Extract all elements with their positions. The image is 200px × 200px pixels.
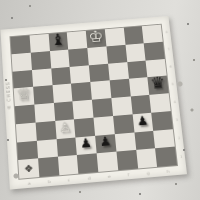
square-d2[interactable]: ♟: [76, 135, 97, 155]
square-h7[interactable]: [144, 42, 165, 61]
square-a4[interactable]: [15, 105, 36, 124]
square-b4[interactable]: [34, 103, 55, 122]
square-c1[interactable]: [57, 155, 78, 175]
square-g4[interactable]: [130, 95, 151, 114]
rank-label-7: 7: [167, 47, 170, 51]
square-c8[interactable]: ♝: [48, 32, 68, 50]
square-g7[interactable]: [125, 43, 146, 62]
file-label-c: c: [68, 178, 71, 183]
board-grid: ♝♔♕♛♙♟♟♟❖: [9, 24, 178, 180]
square-a8[interactable]: [10, 36, 30, 55]
square-c3[interactable]: ♙: [55, 119, 76, 139]
file-label-d: d: [88, 176, 91, 181]
square-b2[interactable]: [37, 139, 58, 159]
square-h8[interactable]: [142, 25, 163, 43]
square-h3[interactable]: [151, 111, 172, 131]
rank-label-6: 6: [169, 64, 172, 68]
black-pawn[interactable]: ♟: [99, 135, 112, 149]
square-e2[interactable]: ♟: [95, 134, 116, 154]
file-label-h: h: [167, 169, 170, 174]
square-d1[interactable]: [77, 154, 98, 174]
square-c6[interactable]: [51, 66, 71, 85]
square-e3[interactable]: [93, 116, 114, 136]
square-e8[interactable]: ♔: [86, 29, 106, 47]
square-e5[interactable]: [90, 81, 111, 100]
square-f4[interactable]: [111, 96, 132, 115]
square-e1[interactable]: [97, 152, 118, 172]
board-brand-text: ® CHESS: [5, 82, 13, 112]
square-f7[interactable]: [106, 45, 127, 64]
square-d4[interactable]: [73, 100, 94, 119]
white-pawn[interactable]: ♙: [59, 120, 71, 133]
rank-label-4: 4: [173, 100, 176, 104]
rank-label-3: 3: [175, 118, 178, 122]
square-b1[interactable]: [38, 157, 59, 177]
square-g5[interactable]: [129, 77, 150, 96]
black-bishop[interactable]: ♝: [50, 32, 66, 49]
square-d7[interactable]: [68, 48, 88, 67]
black-queen[interactable]: ♛: [150, 75, 167, 92]
rank-label-8: 8: [165, 30, 167, 34]
file-label-g: g: [147, 171, 150, 176]
square-h2[interactable]: [153, 129, 174, 149]
square-g1[interactable]: [136, 148, 158, 168]
square-b6[interactable]: [32, 68, 52, 87]
square-g3[interactable]: ♟: [132, 113, 153, 133]
square-f1[interactable]: [116, 150, 137, 170]
file-label-e: e: [108, 174, 111, 179]
board-logo-emblem: ❖: [24, 163, 34, 174]
rank-label-2: 2: [177, 136, 180, 140]
square-d8[interactable]: [67, 31, 87, 49]
square-f6[interactable]: [108, 62, 129, 81]
black-pawn[interactable]: ♟: [80, 137, 93, 151]
square-b3[interactable]: [35, 121, 56, 141]
square-h5[interactable]: ♛: [148, 76, 169, 95]
board-border: ♝♔♕♛♙♟♟♟❖ ® CHESS abcdefgh 87654321: [0, 16, 187, 190]
white-queen[interactable]: ♕: [16, 86, 32, 103]
photo-stage: ♝♔♕♛♙♟♟♟❖ ® CHESS abcdefgh 87654321: [0, 0, 200, 200]
square-b7[interactable]: [31, 51, 51, 70]
white-king[interactable]: ♔: [88, 28, 104, 45]
file-label-f: f: [128, 172, 130, 177]
square-a2[interactable]: [17, 140, 38, 160]
square-g6[interactable]: [127, 60, 148, 79]
square-h4[interactable]: [149, 93, 170, 112]
square-d5[interactable]: [71, 82, 92, 101]
square-e7[interactable]: [87, 46, 108, 65]
square-f8[interactable]: [105, 28, 125, 46]
chess-board: ♝♔♕♛♙♟♟♟❖ ® CHESS abcdefgh 87654321: [0, 16, 187, 190]
square-h1[interactable]: [155, 147, 177, 167]
square-f2[interactable]: [115, 132, 136, 152]
square-b8[interactable]: [29, 34, 49, 53]
square-a7[interactable]: [12, 52, 32, 71]
square-b5[interactable]: [33, 85, 53, 104]
square-e6[interactable]: [89, 63, 110, 82]
square-a3[interactable]: [16, 122, 37, 142]
rank-label-1: 1: [180, 154, 183, 158]
square-c4[interactable]: [53, 101, 74, 120]
rank-label-5: 5: [171, 82, 174, 86]
file-label-b: b: [48, 179, 51, 184]
square-a1[interactable]: ❖: [18, 159, 39, 179]
square-g8[interactable]: [123, 26, 144, 44]
square-c5[interactable]: [52, 84, 73, 103]
square-d6[interactable]: [70, 65, 91, 84]
square-a5[interactable]: ♕: [14, 87, 34, 106]
square-c7[interactable]: [49, 49, 69, 68]
square-g2[interactable]: [134, 130, 155, 150]
black-pawn[interactable]: ♟: [136, 114, 149, 127]
square-f5[interactable]: [109, 79, 130, 98]
square-d3[interactable]: [74, 117, 95, 137]
square-c2[interactable]: [56, 137, 77, 157]
square-f3[interactable]: [113, 114, 134, 134]
file-label-a: a: [27, 181, 30, 186]
square-e4[interactable]: [92, 98, 113, 117]
